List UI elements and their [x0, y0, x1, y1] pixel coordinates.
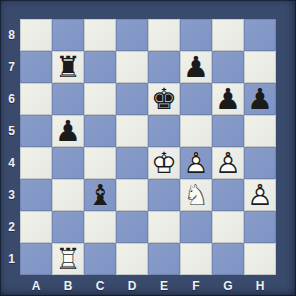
square-f4[interactable]: ♟♙: [180, 147, 212, 179]
piece-white-pawn: ♟♙: [244, 179, 276, 211]
square-e5[interactable]: [148, 115, 180, 147]
square-c1[interactable]: [84, 243, 116, 275]
square-a3[interactable]: [20, 179, 52, 211]
square-a6[interactable]: [20, 83, 52, 115]
square-h8[interactable]: [244, 19, 276, 51]
square-g1[interactable]: [212, 243, 244, 275]
square-d7[interactable]: [116, 51, 148, 83]
piece-white-pawn: ♟♙: [212, 147, 244, 179]
square-d6[interactable]: [116, 83, 148, 115]
square-h7[interactable]: [244, 51, 276, 83]
square-h1[interactable]: [244, 243, 276, 275]
square-c3[interactable]: ♝: [84, 179, 116, 211]
square-f6[interactable]: [180, 83, 212, 115]
square-a2[interactable]: [20, 211, 52, 243]
square-g2[interactable]: [212, 211, 244, 243]
square-h4[interactable]: [244, 147, 276, 179]
square-d5[interactable]: [116, 115, 148, 147]
file-labels: ABCDEFGH: [20, 275, 276, 296]
square-g7[interactable]: [212, 51, 244, 83]
square-f5[interactable]: [180, 115, 212, 147]
square-b3[interactable]: [52, 179, 84, 211]
square-c4[interactable]: [84, 147, 116, 179]
rank-label-6: 6: [0, 83, 20, 115]
chess-diagram: 87654321 ♜♟♚♟♟♟♚♔♟♙♟♙♝♞♘♟♙♜♖ ABCDEFGH: [0, 0, 296, 296]
square-d1[interactable]: [116, 243, 148, 275]
square-e2[interactable]: [148, 211, 180, 243]
rank-label-7: 7: [0, 51, 20, 83]
file-label-a: A: [20, 275, 52, 296]
file-label-e: E: [148, 275, 180, 296]
square-d3[interactable]: [116, 179, 148, 211]
square-f3[interactable]: ♞♘: [180, 179, 212, 211]
piece-white-pawn: ♟♙: [180, 147, 212, 179]
square-f1[interactable]: [180, 243, 212, 275]
square-g5[interactable]: [212, 115, 244, 147]
rank-label-4: 4: [0, 147, 20, 179]
square-e4[interactable]: ♚♔: [148, 147, 180, 179]
square-e6[interactable]: ♚: [148, 83, 180, 115]
rank-label-1: 1: [0, 243, 20, 275]
piece-black-pawn: ♟: [52, 115, 84, 147]
square-g6[interactable]: ♟: [212, 83, 244, 115]
square-c6[interactable]: [84, 83, 116, 115]
square-h2[interactable]: [244, 211, 276, 243]
square-g3[interactable]: [212, 179, 244, 211]
file-label-g: G: [212, 275, 244, 296]
piece-white-rook: ♜♖: [52, 243, 84, 275]
square-f7[interactable]: ♟: [180, 51, 212, 83]
piece-black-king: ♚: [148, 83, 180, 115]
file-label-b: B: [52, 275, 84, 296]
rank-label-8: 8: [0, 19, 20, 51]
square-c7[interactable]: [84, 51, 116, 83]
square-h3[interactable]: ♟♙: [244, 179, 276, 211]
square-f8[interactable]: [180, 19, 212, 51]
square-d8[interactable]: [116, 19, 148, 51]
rank-labels: 87654321: [0, 19, 20, 275]
square-c5[interactable]: [84, 115, 116, 147]
rank-label-2: 2: [0, 211, 20, 243]
file-label-f: F: [180, 275, 212, 296]
piece-black-pawn: ♟: [180, 51, 212, 83]
square-b8[interactable]: [52, 19, 84, 51]
rank-label-3: 3: [0, 179, 20, 211]
square-e8[interactable]: [148, 19, 180, 51]
square-d4[interactable]: [116, 147, 148, 179]
piece-black-bishop: ♝: [84, 179, 116, 211]
square-e1[interactable]: [148, 243, 180, 275]
square-e3[interactable]: [148, 179, 180, 211]
piece-black-rook: ♜: [52, 51, 84, 83]
square-a7[interactable]: [20, 51, 52, 83]
square-b6[interactable]: [52, 83, 84, 115]
square-c8[interactable]: [84, 19, 116, 51]
square-c2[interactable]: [84, 211, 116, 243]
file-label-c: C: [84, 275, 116, 296]
square-d2[interactable]: [116, 211, 148, 243]
square-a5[interactable]: [20, 115, 52, 147]
square-g4[interactable]: ♟♙: [212, 147, 244, 179]
square-a8[interactable]: [20, 19, 52, 51]
piece-black-pawn: ♟: [244, 83, 276, 115]
board: ♜♟♚♟♟♟♚♔♟♙♟♙♝♞♘♟♙♜♖: [20, 19, 276, 275]
square-h5[interactable]: [244, 115, 276, 147]
square-a1[interactable]: [20, 243, 52, 275]
square-b1[interactable]: ♜♖: [52, 243, 84, 275]
rank-label-5: 5: [0, 115, 20, 147]
square-h6[interactable]: ♟: [244, 83, 276, 115]
file-label-h: H: [244, 275, 276, 296]
square-b2[interactable]: [52, 211, 84, 243]
square-a4[interactable]: [20, 147, 52, 179]
piece-white-knight: ♞♘: [180, 179, 212, 211]
file-label-d: D: [116, 275, 148, 296]
square-b7[interactable]: ♜: [52, 51, 84, 83]
piece-black-pawn: ♟: [212, 83, 244, 115]
square-b5[interactable]: ♟: [52, 115, 84, 147]
square-g8[interactable]: [212, 19, 244, 51]
square-e7[interactable]: [148, 51, 180, 83]
square-b4[interactable]: [52, 147, 84, 179]
square-f2[interactable]: [180, 211, 212, 243]
piece-white-king: ♚♔: [148, 147, 180, 179]
